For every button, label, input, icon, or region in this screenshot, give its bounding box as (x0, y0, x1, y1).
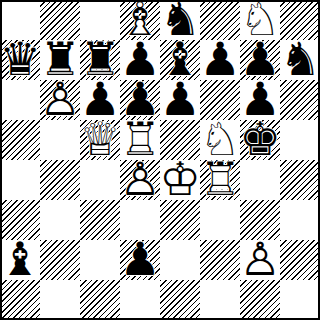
black-pawn-glyph: ♟ (199, 36, 240, 82)
white-pawn-glyph: ♙ (119, 156, 160, 202)
piece-white-pawn[interactable]: ♟♙ (40, 80, 80, 120)
chess-board-container: ♝♗♞♞♞♘♛♛♜♜♜♜♟♟♝♝♟♟♟♟♞♞♟♙♟♟♟♟♟♟♟♟♛♕♜♖♞♘♚♚… (0, 0, 320, 320)
square-h7[interactable]: ♞♞ (280, 40, 320, 80)
square-e1[interactable] (160, 280, 200, 320)
white-queen-glyph: ♕ (79, 116, 120, 162)
square-b3[interactable] (40, 200, 80, 240)
square-d2[interactable]: ♟♟ (120, 240, 160, 280)
black-pawn-glyph: ♟ (159, 76, 200, 122)
black-bishop-glyph: ♝ (0, 236, 41, 282)
white-pawn-glyph: ♙ (239, 236, 280, 282)
piece-white-pawn[interactable]: ♟♙ (120, 160, 160, 200)
square-e6[interactable]: ♟♟ (160, 80, 200, 120)
piece-white-king[interactable]: ♚♔ (160, 160, 200, 200)
square-c5[interactable]: ♛♕ (80, 120, 120, 160)
square-c1[interactable] (80, 280, 120, 320)
piece-black-king[interactable]: ♚♚ (240, 120, 280, 160)
square-b2[interactable] (40, 240, 80, 280)
piece-black-pawn[interactable]: ♟♟ (200, 40, 240, 80)
square-e4[interactable]: ♚♔ (160, 160, 200, 200)
square-h5[interactable] (280, 120, 320, 160)
piece-white-pawn[interactable]: ♟♙ (240, 240, 280, 280)
chess-board: ♝♗♞♞♞♘♛♛♜♜♜♜♟♟♝♝♟♟♟♟♞♞♟♙♟♟♟♟♟♟♟♟♛♕♜♖♞♘♚♚… (0, 0, 320, 320)
black-queen-glyph: ♛ (0, 36, 41, 82)
piece-black-bishop[interactable]: ♝♝ (0, 240, 40, 280)
square-a5[interactable] (0, 120, 40, 160)
square-f4[interactable]: ♜♖ (200, 160, 240, 200)
black-pawn-glyph: ♟ (119, 236, 160, 282)
piece-white-rook[interactable]: ♜♖ (200, 160, 240, 200)
square-h1[interactable] (280, 280, 320, 320)
square-f7[interactable]: ♟♟ (200, 40, 240, 80)
square-h4[interactable] (280, 160, 320, 200)
square-g2[interactable]: ♟♙ (240, 240, 280, 280)
square-c2[interactable] (80, 240, 120, 280)
square-c3[interactable] (80, 200, 120, 240)
square-a2[interactable]: ♝♝ (0, 240, 40, 280)
square-f1[interactable] (200, 280, 240, 320)
piece-white-queen[interactable]: ♛♕ (80, 120, 120, 160)
square-f2[interactable] (200, 240, 240, 280)
square-e2[interactable] (160, 240, 200, 280)
square-b4[interactable] (40, 160, 80, 200)
piece-black-queen[interactable]: ♛♛ (0, 40, 40, 80)
square-a4[interactable] (0, 160, 40, 200)
piece-black-knight[interactable]: ♞♞ (280, 40, 320, 80)
black-knight-glyph: ♞ (279, 36, 320, 82)
square-g5[interactable]: ♚♚ (240, 120, 280, 160)
piece-black-pawn[interactable]: ♟♟ (160, 80, 200, 120)
white-pawn-glyph: ♙ (39, 76, 80, 122)
square-h2[interactable] (280, 240, 320, 280)
piece-black-pawn[interactable]: ♟♟ (120, 240, 160, 280)
square-a7[interactable]: ♛♛ (0, 40, 40, 80)
square-d4[interactable]: ♟♙ (120, 160, 160, 200)
square-b6[interactable]: ♟♙ (40, 80, 80, 120)
white-rook-glyph: ♖ (199, 156, 240, 202)
black-king-glyph: ♚ (239, 116, 280, 162)
square-b1[interactable] (40, 280, 80, 320)
square-h3[interactable] (280, 200, 320, 240)
white-king-glyph: ♔ (159, 156, 200, 202)
